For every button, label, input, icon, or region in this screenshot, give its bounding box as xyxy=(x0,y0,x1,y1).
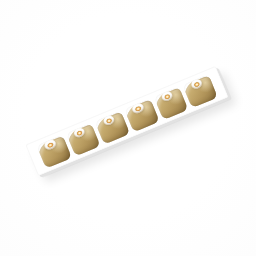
reflector-cell xyxy=(153,86,188,120)
cell-grid xyxy=(27,67,228,175)
downlight-fixture xyxy=(25,66,228,176)
reflector-cell xyxy=(183,74,218,108)
reflector-cell xyxy=(36,134,71,168)
reflector-cell xyxy=(66,122,101,156)
reflector-cell xyxy=(124,98,159,132)
reflector-cell xyxy=(95,110,130,144)
product-photo-scene xyxy=(0,0,256,256)
